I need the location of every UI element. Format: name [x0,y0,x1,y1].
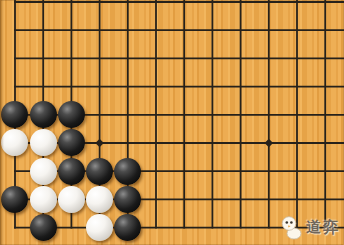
white-stone-C2 [58,186,85,213]
black-stone-E2 [114,186,141,213]
white-stone-B4 [30,129,57,156]
black-stone-C5 [58,101,85,128]
black-stone-B1 [30,214,57,241]
black-stone-D3 [86,158,113,185]
go-board[interactable] [1,0,339,242]
white-stone-A4 [1,129,28,156]
white-stone-D1 [86,214,113,241]
black-stone-A2 [1,186,28,213]
black-stone-C3 [58,158,85,185]
white-stone-B3 [30,158,57,185]
white-stone-B2 [30,186,57,213]
watermark: 道弈 [281,214,340,240]
go-mascot-icon [281,214,303,240]
white-stone-D2 [86,186,113,213]
black-stone-E1 [114,214,141,241]
black-stone-C4 [58,129,85,156]
watermark-text: 道弈 [306,218,340,237]
black-stone-E3 [114,158,141,185]
go-diagram-screenshot: 道弈 [0,0,344,245]
black-stone-B5 [30,101,57,128]
black-stone-A5 [1,101,28,128]
